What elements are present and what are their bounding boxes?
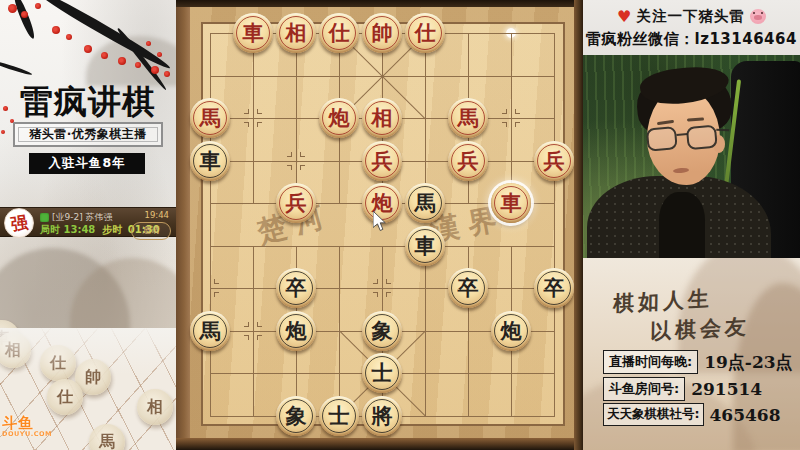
piece-black-卒[interactable]: 卒 <box>448 268 488 308</box>
piece-red-相[interactable]: 相 <box>362 98 402 138</box>
pig-face-icon <box>750 9 766 24</box>
info-row-room: 斗鱼房间号: 291514 <box>603 377 762 401</box>
invite-button[interactable]: 邀请 <box>131 222 171 240</box>
piece-black-車[interactable]: 車 <box>405 226 445 266</box>
game-time-label: 局时 <box>40 224 60 235</box>
douyu-watermark: 斗鱼 DOUYU.COM <box>2 416 52 438</box>
plum-blossom <box>151 66 159 74</box>
follow-panel: ♥ 关注一下猪头雷 雷疯粉丝微信：lz13146464 <box>583 0 800 55</box>
plum-blossom <box>146 41 151 46</box>
follow-text: 关注一下猪头雷 <box>636 7 745 26</box>
plum-blossom <box>118 57 126 65</box>
piece-red-相[interactable]: 相 <box>276 13 316 53</box>
player-avatar[interactable]: 强 <box>4 208 34 238</box>
branch-stroke <box>0 60 33 76</box>
piece-red-馬[interactable]: 馬 <box>448 98 488 138</box>
board-frame-top <box>176 0 583 7</box>
left-sidebar: 雷疯讲棋 猪头雷·优秀象棋主播 入驻斗鱼8年 强 [业9-2] 苏伟强 局时 1… <box>0 0 176 450</box>
webcam-panel <box>583 55 800 258</box>
avatar-character: 强 <box>9 210 29 235</box>
stream-screen: 雷疯讲棋 猪头雷·优秀象棋主播 入驻斗鱼8年 强 [业9-2] 苏伟强 局时 1… <box>0 0 800 450</box>
piece-black-士[interactable]: 士 <box>319 396 359 436</box>
piece-black-卒[interactable]: 卒 <box>276 268 316 308</box>
game-time: 13:48 <box>63 224 95 235</box>
plum-blossom <box>66 34 72 40</box>
piece-red-兵[interactable]: 兵 <box>276 183 316 223</box>
plum-blossom <box>52 26 60 34</box>
piece-black-將[interactable]: 將 <box>362 396 402 436</box>
channel-title: 雷疯讲棋 <box>0 80 176 125</box>
plum-blossom <box>135 62 141 68</box>
piece-black-炮[interactable]: 炮 <box>276 311 316 351</box>
right-column: ♥ 关注一下猪头雷 雷疯粉丝微信：lz13146464 <box>583 0 800 450</box>
plum-blossom <box>35 3 41 9</box>
mouse-cursor <box>373 211 388 232</box>
plum-blossom <box>157 52 162 57</box>
subtitle-text: 猪头雷·优秀象棋主播 <box>29 126 147 143</box>
schedule-label: 直播时间每晚: <box>603 350 698 374</box>
plum-blossom <box>1 130 5 134</box>
motto-line2: 以棋会友 <box>650 312 750 345</box>
plum-blossom <box>164 71 170 77</box>
piece-red-仕[interactable]: 仕 <box>405 13 445 53</box>
info-row-club: 天天象棋棋社号: 465468 <box>603 403 780 426</box>
piece-black-象[interactable]: 象 <box>276 396 316 436</box>
plum-blossom <box>101 52 108 59</box>
streamer-glasses <box>646 121 732 158</box>
years-badge: 入驻斗鱼8年 <box>29 153 145 174</box>
info-row-schedule: 直播时间每晚: 19点-23点 <box>603 350 793 374</box>
piece-black-士[interactable]: 士 <box>362 353 402 393</box>
piece-red-炮[interactable]: 炮 <box>319 98 359 138</box>
plum-blossom <box>8 4 17 13</box>
club-value: 465468 <box>710 405 781 425</box>
board-frame-right <box>574 0 583 450</box>
schedule-value: 19点-23点 <box>704 351 792 374</box>
piece-black-馬[interactable]: 馬 <box>405 183 445 223</box>
piece-red-仕[interactable]: 仕 <box>319 13 359 53</box>
move-time-label: 步时 <box>102 224 122 235</box>
piece-red-馬[interactable]: 馬 <box>190 98 230 138</box>
piece-red-帥[interactable]: 帥 <box>362 13 402 53</box>
piece-black-車[interactable]: 車 <box>190 141 230 181</box>
subtitle-box: 猪头雷·优秀象棋主播 <box>13 122 163 147</box>
douyu-logo-text: 斗鱼 <box>2 416 52 431</box>
club-label: 天天象棋棋社号: <box>603 403 704 426</box>
piece-black-卒[interactable]: 卒 <box>534 268 574 308</box>
piece-black-馬[interactable]: 馬 <box>190 311 230 351</box>
piece-red-兵[interactable]: 兵 <box>534 141 574 181</box>
piece-black-炮[interactable]: 炮 <box>491 311 531 351</box>
xiangqi-board-area[interactable]: 楚河 漢界 車相仕帥仕馬炮相馬車兵兵兵兵炮馬車車卒卒卒馬炮象炮士象士將 <box>176 0 583 450</box>
room-value: 291514 <box>691 379 762 399</box>
wall-clock: 19:44 <box>145 210 170 220</box>
piece-red-車[interactable]: 車 <box>491 183 531 223</box>
piece-red-兵[interactable]: 兵 <box>448 141 488 181</box>
player-info-bar: 强 [业9-2] 苏伟强 局时 13:48步时 01:30 19:44 邀请 <box>0 207 176 237</box>
promo-panel: 棋如人生 以棋会友 直播时间每晚: 19点-23点 斗鱼房间号: 291514 … <box>583 258 800 450</box>
plum-blossom <box>84 45 92 53</box>
motto-line1: 棋如人生 <box>613 284 713 317</box>
board-frame-bottom <box>176 438 583 450</box>
wechat-text: 雷疯粉丝微信：lz13146464 <box>583 30 800 49</box>
room-label: 斗鱼房间号: <box>603 377 685 401</box>
plum-blossom <box>21 11 28 18</box>
piece-black-象[interactable]: 象 <box>362 311 402 351</box>
level-badge-icon <box>40 213 49 222</box>
piece-red-兵[interactable]: 兵 <box>362 141 402 181</box>
douyu-logo-subtext: DOUYU.COM <box>2 431 52 438</box>
heart-icon: ♥ <box>617 9 631 25</box>
piece-red-車[interactable]: 車 <box>233 13 273 53</box>
follow-line: ♥ 关注一下猪头雷 <box>583 7 800 26</box>
